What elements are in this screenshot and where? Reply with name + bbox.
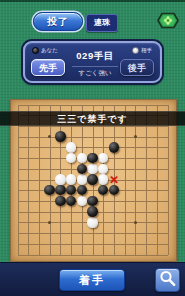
place-move-button[interactable]: 着手 bbox=[59, 269, 125, 291]
star-point bbox=[134, 221, 137, 224]
white-stone bbox=[87, 217, 97, 227]
forbidden-move-message: 三三で禁手です bbox=[0, 111, 185, 126]
grid-line-v bbox=[157, 105, 158, 255]
grid-line-v bbox=[125, 105, 126, 255]
grid-line-h bbox=[18, 233, 168, 234]
black-stone bbox=[87, 153, 97, 163]
gote-button[interactable]: 後手 bbox=[120, 59, 154, 76]
star-point bbox=[48, 135, 51, 138]
gem-icon[interactable] bbox=[157, 11, 179, 30]
renju-app-screen: 投了 連珠 あなた 先手 029手目 すごく強い 相手 後手 bbox=[0, 0, 185, 296]
white-stone bbox=[98, 153, 108, 163]
panel-center: 029手目 すごく強い bbox=[69, 43, 121, 81]
status-strip bbox=[0, 0, 185, 2]
black-stone bbox=[55, 131, 65, 141]
black-stone bbox=[77, 164, 87, 174]
black-stone bbox=[109, 185, 119, 195]
strength-label: すごく強い bbox=[69, 69, 121, 78]
white-stone bbox=[55, 174, 65, 184]
mode-badge: 連珠 bbox=[86, 14, 118, 32]
resign-button[interactable]: 投了 bbox=[33, 12, 83, 31]
white-stone bbox=[98, 174, 108, 184]
black-stone-icon bbox=[32, 47, 39, 54]
black-stone bbox=[87, 174, 97, 184]
forbidden-point-marker: ✕ bbox=[108, 174, 120, 186]
white-stone bbox=[66, 153, 76, 163]
grid-line-v bbox=[135, 105, 136, 255]
black-stone bbox=[98, 185, 108, 195]
bottom-bar: 着手 bbox=[0, 262, 185, 296]
you-label-row: あなた bbox=[32, 47, 58, 54]
black-stone bbox=[55, 196, 65, 206]
sente-button[interactable]: 先手 bbox=[31, 59, 65, 76]
magnifier-button[interactable] bbox=[155, 268, 180, 292]
black-stone bbox=[77, 185, 87, 195]
grid-line-h bbox=[18, 244, 168, 245]
grid-line-v bbox=[168, 105, 169, 255]
opponent-label: 相手 bbox=[141, 47, 152, 54]
you-label: あなた bbox=[41, 47, 58, 54]
white-stone bbox=[77, 174, 87, 184]
white-stone bbox=[98, 164, 108, 174]
opponent-label-row: 相手 bbox=[132, 47, 152, 54]
grid-line-h bbox=[18, 255, 168, 256]
move-counter: 029手目 bbox=[69, 50, 121, 63]
white-stone bbox=[66, 142, 76, 152]
panel-divider bbox=[72, 66, 118, 67]
black-stone bbox=[55, 185, 65, 195]
star-point bbox=[134, 135, 137, 138]
black-stone bbox=[44, 185, 54, 195]
magnifier-icon bbox=[158, 269, 178, 289]
white-stone bbox=[87, 164, 97, 174]
white-stone bbox=[77, 153, 87, 163]
grid-line-h bbox=[18, 190, 168, 191]
black-stone bbox=[66, 196, 76, 206]
black-stone bbox=[66, 185, 76, 195]
white-stone-icon bbox=[132, 47, 139, 54]
black-stone bbox=[109, 142, 119, 152]
black-stone bbox=[87, 196, 97, 206]
board-grid[interactable]: ✕ bbox=[18, 105, 168, 255]
star-point bbox=[48, 221, 51, 224]
game-info-panel: あなた 先手 029手目 すごく強い 相手 後手 bbox=[23, 41, 162, 83]
white-stone bbox=[77, 196, 87, 206]
black-stone bbox=[87, 206, 97, 216]
white-stone bbox=[66, 174, 76, 184]
grid-line-v bbox=[146, 105, 147, 255]
